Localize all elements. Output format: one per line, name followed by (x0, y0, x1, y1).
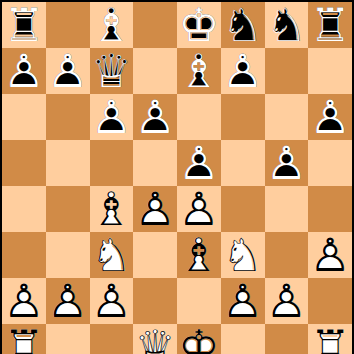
piece-white-bishop[interactable]: ♝♗ (178, 232, 219, 278)
square-d2[interactable] (133, 278, 177, 324)
square-g7[interactable] (265, 48, 309, 94)
piece-detail-layer: ♖ (310, 0, 351, 52)
piece-white-pawn[interactable]: ♟♙ (310, 232, 351, 278)
square-h5[interactable] (308, 140, 352, 186)
piece-detail-layer: ♙ (266, 136, 307, 190)
piece-black-pawn[interactable]: ♟♙ (135, 94, 176, 140)
square-e1[interactable]: ♚♔ (177, 324, 221, 354)
square-a6[interactable] (2, 94, 46, 140)
square-b6[interactable] (46, 94, 90, 140)
square-f5[interactable] (221, 140, 265, 186)
piece-black-pawn[interactable]: ♟♙ (3, 48, 44, 94)
piece-white-pawn[interactable]: ♟♙ (178, 186, 219, 232)
square-d6[interactable]: ♟♙ (133, 94, 177, 140)
square-a5[interactable] (2, 140, 46, 186)
square-c6[interactable]: ♟♙ (90, 94, 134, 140)
piece-black-pawn[interactable]: ♟♙ (47, 48, 88, 94)
piece-detail-layer: ♗ (178, 44, 219, 98)
square-d4[interactable]: ♟♙ (133, 186, 177, 232)
square-h4[interactable] (308, 186, 352, 232)
square-c3[interactable]: ♞♘ (90, 232, 134, 278)
square-f1[interactable] (221, 324, 265, 354)
square-b2[interactable]: ♟♙ (46, 278, 90, 324)
piece-detail-layer: ♙ (135, 90, 176, 144)
square-a3[interactable] (2, 232, 46, 278)
piece-black-rook[interactable]: ♜♖ (310, 2, 351, 48)
piece-detail-layer: ♙ (310, 90, 351, 144)
piece-white-pawn[interactable]: ♟♙ (91, 278, 132, 324)
square-b7[interactable]: ♟♙ (46, 48, 90, 94)
piece-black-bishop[interactable]: ♝♗ (91, 2, 132, 48)
piece-detail-layer: ♖ (310, 320, 351, 354)
piece-black-pawn[interactable]: ♟♙ (222, 48, 263, 94)
square-g2[interactable]: ♟♙ (265, 278, 309, 324)
square-e7[interactable]: ♝♗ (177, 48, 221, 94)
piece-black-pawn[interactable]: ♟♙ (178, 140, 219, 186)
piece-black-rook[interactable]: ♜♖ (3, 2, 44, 48)
square-e2[interactable] (177, 278, 221, 324)
square-d1[interactable]: ♛♕ (133, 324, 177, 354)
piece-black-queen[interactable]: ♛♕ (91, 48, 132, 94)
square-d8[interactable] (133, 2, 177, 48)
square-c1[interactable] (90, 324, 134, 354)
square-a1[interactable]: ♜♖ (2, 324, 46, 354)
piece-detail-layer: ♙ (222, 274, 263, 328)
piece-white-pawn[interactable]: ♟♙ (3, 278, 44, 324)
piece-white-king[interactable]: ♚♔ (178, 324, 219, 354)
square-g4[interactable] (265, 186, 309, 232)
square-h8[interactable]: ♜♖ (308, 2, 352, 48)
piece-black-king[interactable]: ♚♔ (178, 2, 219, 48)
piece-white-pawn[interactable]: ♟♙ (222, 278, 263, 324)
square-h6[interactable]: ♟♙ (308, 94, 352, 140)
square-e5[interactable]: ♟♙ (177, 140, 221, 186)
piece-white-bishop[interactable]: ♝♗ (91, 186, 132, 232)
square-f2[interactable]: ♟♙ (221, 278, 265, 324)
piece-white-pawn[interactable]: ♟♙ (47, 278, 88, 324)
piece-white-knight[interactable]: ♞♘ (222, 232, 263, 278)
square-c8[interactable]: ♝♗ (90, 2, 134, 48)
piece-black-knight[interactable]: ♞♘ (266, 2, 307, 48)
piece-white-rook[interactable]: ♜♖ (3, 324, 44, 354)
square-a2[interactable]: ♟♙ (2, 278, 46, 324)
chess-board: ♜♖♝♗♚♔♞♘♞♘♜♖♟♙♟♙♛♕♝♗♟♙♟♙♟♙♟♙♟♙♟♙♝♗♟♙♟♙♞♘… (2, 2, 352, 352)
square-f3[interactable]: ♞♘ (221, 232, 265, 278)
piece-detail-layer: ♔ (178, 320, 219, 354)
piece-detail-layer: ♘ (266, 0, 307, 52)
square-f7[interactable]: ♟♙ (221, 48, 265, 94)
square-g8[interactable]: ♞♘ (265, 2, 309, 48)
piece-detail-layer: ♙ (47, 274, 88, 328)
square-a8[interactable]: ♜♖ (2, 2, 46, 48)
piece-black-bishop[interactable]: ♝♗ (178, 48, 219, 94)
square-c4[interactable]: ♝♗ (90, 186, 134, 232)
square-b8[interactable] (46, 2, 90, 48)
square-a7[interactable]: ♟♙ (2, 48, 46, 94)
square-c2[interactable]: ♟♙ (90, 278, 134, 324)
square-b4[interactable] (46, 186, 90, 232)
piece-black-pawn[interactable]: ♟♙ (91, 94, 132, 140)
piece-detail-layer: ♙ (91, 90, 132, 144)
square-b5[interactable] (46, 140, 90, 186)
square-g6[interactable] (265, 94, 309, 140)
piece-black-pawn[interactable]: ♟♙ (266, 140, 307, 186)
piece-white-queen[interactable]: ♛♕ (135, 324, 176, 354)
square-f4[interactable] (221, 186, 265, 232)
piece-detail-layer: ♖ (3, 320, 44, 354)
square-g5[interactable]: ♟♙ (265, 140, 309, 186)
piece-white-knight[interactable]: ♞♘ (91, 232, 132, 278)
square-h2[interactable] (308, 278, 352, 324)
square-h7[interactable] (308, 48, 352, 94)
piece-detail-layer: ♙ (3, 44, 44, 98)
square-d7[interactable] (133, 48, 177, 94)
piece-detail-layer: ♗ (178, 228, 219, 282)
square-c5[interactable] (90, 140, 134, 186)
square-f6[interactable] (221, 94, 265, 140)
piece-detail-layer: ♕ (135, 320, 176, 354)
square-e6[interactable] (177, 94, 221, 140)
square-g1[interactable] (265, 324, 309, 354)
piece-detail-layer: ♙ (310, 228, 351, 282)
square-g3[interactable] (265, 232, 309, 278)
piece-white-pawn[interactable]: ♟♙ (266, 278, 307, 324)
piece-detail-layer: ♙ (91, 274, 132, 328)
square-d5[interactable] (133, 140, 177, 186)
square-e3[interactable]: ♝♗ (177, 232, 221, 278)
piece-detail-layer: ♙ (135, 182, 176, 236)
piece-black-knight[interactable]: ♞♘ (222, 2, 263, 48)
square-d3[interactable] (133, 232, 177, 278)
piece-detail-layer: ♙ (47, 44, 88, 98)
square-e8[interactable]: ♚♔ (177, 2, 221, 48)
square-b3[interactable] (46, 232, 90, 278)
square-a4[interactable] (2, 186, 46, 232)
square-c7[interactable]: ♛♕ (90, 48, 134, 94)
piece-white-rook[interactable]: ♜♖ (310, 324, 351, 354)
chess-board-frame: ♜♖♝♗♚♔♞♘♞♘♜♖♟♙♟♙♛♕♝♗♟♙♟♙♟♙♟♙♟♙♟♙♝♗♟♙♟♙♞♘… (0, 0, 354, 354)
square-h3[interactable]: ♟♙ (308, 232, 352, 278)
piece-detail-layer: ♙ (266, 274, 307, 328)
piece-white-pawn[interactable]: ♟♙ (135, 186, 176, 232)
square-f8[interactable]: ♞♘ (221, 2, 265, 48)
square-e4[interactable]: ♟♙ (177, 186, 221, 232)
square-h1[interactable]: ♜♖ (308, 324, 352, 354)
piece-detail-layer: ♙ (222, 44, 263, 98)
square-b1[interactable] (46, 324, 90, 354)
piece-black-pawn[interactable]: ♟♙ (310, 94, 351, 140)
